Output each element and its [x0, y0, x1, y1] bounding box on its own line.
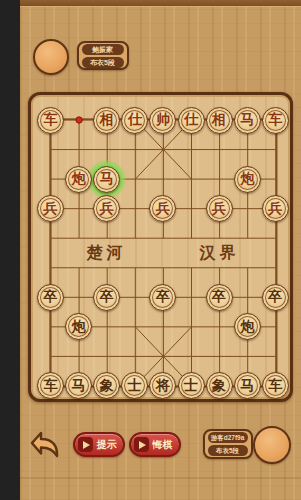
piece-black-soldier[interactable]: 卒 [262, 284, 289, 311]
river-label-right: 汉界 [185, 243, 255, 264]
last-move-origin-dot [75, 117, 81, 123]
player-avatar [253, 426, 291, 464]
piece-red-elephant[interactable]: 相 [206, 107, 233, 134]
top-wood-strip [20, 0, 301, 7]
piece-red-soldier[interactable]: 兵 [37, 195, 64, 222]
piece-red-chariot[interactable]: 车 [37, 107, 64, 134]
piece-black-elephant[interactable]: 象 [206, 372, 233, 399]
board-grid [31, 95, 296, 405]
back-button[interactable] [29, 425, 61, 463]
wood-seam [20, 477, 301, 479]
opponent-rank: 布衣5段 [82, 57, 124, 68]
piece-red-soldier[interactable]: 兵 [262, 195, 289, 222]
piece-black-horse[interactable]: 马 [234, 372, 261, 399]
piece-black-cannon[interactable]: 炮 [234, 313, 261, 340]
play-icon [134, 437, 149, 452]
undo-arrow-icon [29, 425, 61, 463]
hint-button[interactable]: 提示 [73, 432, 125, 457]
piece-black-soldier[interactable]: 卒 [206, 284, 233, 311]
piece-red-cannon[interactable]: 炮 [234, 166, 261, 193]
piece-red-soldier[interactable]: 兵 [206, 195, 233, 222]
piece-red-chariot[interactable]: 车 [262, 107, 289, 134]
undo-button-label: 悔棋 [153, 438, 173, 452]
piece-red-cannon[interactable]: 炮 [65, 166, 92, 193]
player-name: 游客d27f9a [208, 432, 248, 443]
opponent-avatar [33, 39, 69, 75]
opponent-info-badge: 鲍振家 布衣5段 [77, 41, 129, 70]
piece-black-soldier[interactable]: 卒 [149, 284, 176, 311]
piece-red-advisor[interactable]: 仕 [178, 107, 205, 134]
game-screen: 鲍振家 布衣5段 楚河 汉界 车相仕帅仕相马车炮马炮兵兵兵兵兵卒卒卒卒卒炮炮车马… [20, 0, 301, 500]
river-label-left: 楚河 [72, 243, 142, 264]
xiangqi-board[interactable]: 楚河 汉界 车相仕帅仕相马车炮马炮兵兵兵兵兵卒卒卒卒卒炮炮车马象士将士象马车 [28, 92, 293, 402]
piece-red-horse[interactable]: 马 [93, 166, 120, 193]
piece-black-soldier[interactable]: 卒 [37, 284, 64, 311]
piece-black-soldier[interactable]: 卒 [93, 284, 120, 311]
player-info-badge: 游客d27f9a 布衣5段 [203, 429, 253, 459]
piece-black-advisor[interactable]: 士 [178, 372, 205, 399]
player-rank: 布衣5段 [208, 445, 248, 456]
undo-button[interactable]: 悔棋 [129, 432, 181, 457]
hint-button-label: 提示 [97, 438, 117, 452]
piece-red-general[interactable]: 帅 [149, 107, 176, 134]
piece-red-horse[interactable]: 马 [234, 107, 261, 134]
play-icon [78, 437, 93, 452]
piece-red-elephant[interactable]: 相 [93, 107, 120, 134]
opponent-name: 鲍振家 [82, 44, 124, 55]
piece-red-advisor[interactable]: 仕 [121, 107, 148, 134]
